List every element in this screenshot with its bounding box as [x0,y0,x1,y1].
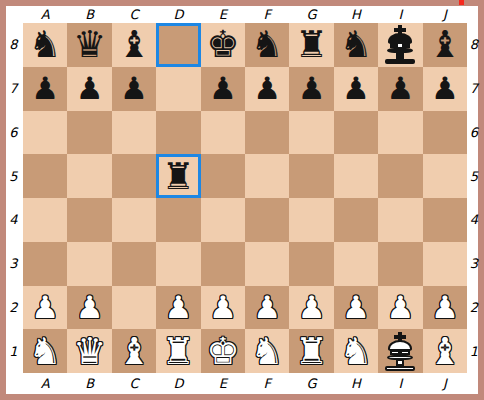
file-label-j: J [423,375,467,392]
rank-label-8: 8 [6,23,21,67]
black-pawn: ♟ [120,73,148,104]
square-j7[interactable]: ♟ [423,67,467,111]
square-h3[interactable] [334,242,378,286]
black-queen: ♛ [73,26,106,63]
white-knight: ♞ [251,333,284,370]
black-pawn: ♟ [431,73,459,104]
square-i1[interactable] [378,329,422,373]
white-pawn: ♟ [164,292,192,323]
rank-label-3: 3 [6,242,21,286]
file-label-c: C [112,375,156,392]
square-h4[interactable] [334,198,378,242]
square-e1[interactable]: ♚ [201,329,245,373]
square-f5[interactable] [245,154,289,198]
square-h8[interactable]: ♞ [334,23,378,67]
rank-label-1: 1 [6,329,21,373]
square-b1[interactable]: ♛ [67,329,111,373]
black-rook: ♜ [162,158,195,195]
square-h1[interactable]: ♞ [334,329,378,373]
square-f3[interactable] [245,242,289,286]
black-knight: ♞ [29,26,62,63]
square-d2[interactable]: ♟ [156,286,200,330]
square-c2[interactable] [112,286,156,330]
white-knight: ♞ [339,333,372,370]
square-e4[interactable] [201,198,245,242]
game-window-frame: ABCDEFGHIJ ABCDEFGHIJ 87654321 87654321 … [0,0,484,400]
square-d8[interactable] [156,23,200,67]
black-bishop: ♝ [117,26,150,63]
square-a6[interactable] [23,111,67,155]
white-knight: ♞ [29,333,62,370]
chess-board: ♞♛♝♚♞♜♞♝♟♟♟♟♟♟♟♟♟♜♟♟♟♟♟♟♟♟♟♞♛♝♜♚♞♜♞♝ [23,23,467,373]
square-d1[interactable]: ♜ [156,329,200,373]
square-d7[interactable] [156,67,200,111]
square-c1[interactable]: ♝ [112,329,156,373]
square-b5[interactable] [67,154,111,198]
square-b2[interactable]: ♟ [67,286,111,330]
square-a3[interactable] [23,242,67,286]
square-e7[interactable]: ♟ [201,67,245,111]
square-d6[interactable] [156,111,200,155]
square-i5[interactable] [378,154,422,198]
square-i3[interactable] [378,242,422,286]
square-c4[interactable] [112,198,156,242]
rank-label-3: 3 [467,242,481,286]
rank-label-7: 7 [6,67,21,111]
rank-label-1: 1 [467,329,481,373]
black-pawn: ♟ [298,73,326,104]
black-king: ♚ [206,26,239,63]
file-label-e: E [201,6,245,23]
file-label-c: C [112,6,156,23]
black-bishop: ♝ [428,26,461,63]
square-e6[interactable] [201,111,245,155]
file-label-g: G [289,6,333,23]
file-labels-bottom: ABCDEFGHIJ [23,375,467,392]
black-pawn: ♟ [31,73,59,104]
white-rook: ♜ [295,333,328,370]
square-i7[interactable]: ♟ [378,67,422,111]
square-e5[interactable] [201,154,245,198]
file-label-h: H [334,6,378,23]
square-e3[interactable] [201,242,245,286]
square-g5[interactable] [289,154,333,198]
white-rook: ♜ [162,333,195,370]
square-e8[interactable]: ♚ [201,23,245,67]
square-j1[interactable]: ♝ [423,329,467,373]
square-a2[interactable]: ♟ [23,286,67,330]
rank-label-4: 4 [467,198,481,242]
square-h5[interactable] [334,154,378,198]
rank-label-6: 6 [467,111,481,155]
black-knight: ♞ [251,26,284,63]
square-g2[interactable]: ♟ [289,286,333,330]
white-pawn: ♟ [76,292,104,323]
file-label-i: I [378,375,422,392]
file-label-f: F [245,6,289,23]
rank-label-5: 5 [6,154,21,198]
rank-label-7: 7 [467,67,481,111]
square-d3[interactable] [156,242,200,286]
file-label-a: A [23,6,67,23]
square-j3[interactable] [423,242,467,286]
square-a4[interactable] [23,198,67,242]
file-label-j: J [423,6,467,23]
square-f8[interactable]: ♞ [245,23,289,67]
square-b7[interactable]: ♟ [67,67,111,111]
square-f7[interactable]: ♟ [245,67,289,111]
square-g7[interactable]: ♟ [289,67,333,111]
square-a5[interactable] [23,154,67,198]
square-b6[interactable] [67,111,111,155]
file-label-f: F [245,375,289,392]
white-pawn: ♟ [31,292,59,323]
white-pawn: ♟ [431,292,459,323]
black-rook: ♜ [295,26,328,63]
file-label-h: H [334,375,378,392]
square-h6[interactable] [334,111,378,155]
square-f6[interactable] [245,111,289,155]
square-a8[interactable]: ♞ [23,23,67,67]
black-knight: ♞ [339,26,372,63]
square-c7[interactable]: ♟ [112,67,156,111]
file-label-g: G [289,375,333,392]
square-c6[interactable] [112,111,156,155]
square-i8[interactable] [378,23,422,67]
square-f2[interactable]: ♟ [245,286,289,330]
black-pawn: ♟ [342,73,370,104]
black-pawn: ♟ [253,73,281,104]
square-j2[interactable]: ♟ [423,286,467,330]
rank-label-8: 8 [467,23,481,67]
white-pawn: ♟ [209,292,237,323]
white-pawn: ♟ [298,292,326,323]
black-general-piece [383,25,417,64]
square-j4[interactable] [423,198,467,242]
square-c8[interactable]: ♝ [112,23,156,67]
file-labels-top: ABCDEFGHIJ [23,6,467,23]
black-pawn: ♟ [76,73,104,104]
file-label-i: I [378,6,422,23]
square-d5[interactable]: ♜ [156,154,200,198]
square-h2[interactable]: ♟ [334,286,378,330]
square-a7[interactable]: ♟ [23,67,67,111]
square-b3[interactable] [67,242,111,286]
white-pawn: ♟ [342,292,370,323]
white-queen: ♛ [73,333,106,370]
rank-label-2: 2 [467,286,481,330]
rank-label-5: 5 [467,154,481,198]
white-pawn: ♟ [253,292,281,323]
square-g8[interactable]: ♜ [289,23,333,67]
white-bishop: ♝ [117,333,150,370]
black-pawn: ♟ [209,73,237,104]
square-j5[interactable] [423,154,467,198]
square-j6[interactable] [423,111,467,155]
square-i2[interactable]: ♟ [378,286,422,330]
white-bishop: ♝ [428,333,461,370]
square-b8[interactable]: ♛ [67,23,111,67]
square-j8[interactable]: ♝ [423,23,467,67]
square-g3[interactable] [289,242,333,286]
square-g1[interactable]: ♜ [289,329,333,373]
square-g4[interactable] [289,198,333,242]
square-g6[interactable] [289,111,333,155]
black-pawn: ♟ [386,73,414,104]
square-i4[interactable] [378,198,422,242]
square-h7[interactable]: ♟ [334,67,378,111]
square-e2[interactable]: ♟ [201,286,245,330]
square-f1[interactable]: ♞ [245,329,289,373]
white-pawn: ♟ [386,292,414,323]
file-label-e: E [201,375,245,392]
rank-labels-left: 87654321 [6,23,21,373]
square-i6[interactable] [378,111,422,155]
rank-labels-right: 87654321 [467,23,481,373]
square-d4[interactable] [156,198,200,242]
square-c3[interactable] [112,242,156,286]
file-label-d: D [156,6,200,23]
square-b4[interactable] [67,198,111,242]
window-border-red-tick [459,0,464,5]
rank-label-4: 4 [6,198,21,242]
file-label-b: B [67,6,111,23]
rank-label-6: 6 [6,111,21,155]
square-f4[interactable] [245,198,289,242]
white-king: ♚ [206,333,239,370]
file-label-a: A [23,375,67,392]
square-c5[interactable] [112,154,156,198]
rank-label-2: 2 [6,286,21,330]
square-a1[interactable]: ♞ [23,329,67,373]
file-label-d: D [156,375,200,392]
white-general-piece [383,332,417,371]
file-label-b: B [67,375,111,392]
